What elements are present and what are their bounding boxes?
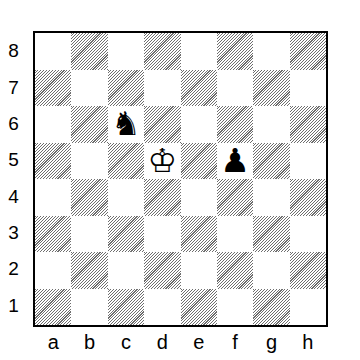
square-f2[interactable] (217, 252, 253, 289)
square-e2[interactable] (181, 252, 217, 289)
square-g1[interactable] (253, 289, 289, 326)
square-a5[interactable] (35, 143, 71, 180)
square-h2[interactable] (290, 252, 326, 289)
square-a8[interactable] (35, 33, 71, 70)
square-e5[interactable] (181, 143, 217, 180)
square-h7[interactable] (290, 70, 326, 107)
file-label-h: h (290, 330, 326, 354)
black-pawn-piece[interactable]: ♟ (220, 143, 250, 179)
square-e6[interactable] (181, 106, 217, 143)
square-h8[interactable] (290, 33, 326, 70)
square-d5[interactable]: ♔ (144, 143, 180, 180)
square-h6[interactable] (290, 106, 326, 143)
square-c8[interactable] (108, 33, 144, 70)
square-a2[interactable] (35, 252, 71, 289)
square-h1[interactable] (290, 289, 326, 326)
square-b6[interactable] (71, 106, 107, 143)
square-f4[interactable] (217, 179, 253, 216)
square-h4[interactable] (290, 179, 326, 216)
square-b3[interactable] (71, 216, 107, 253)
rank-label-4: 4 (0, 179, 27, 215)
square-e3[interactable] (181, 216, 217, 253)
square-e8[interactable] (181, 33, 217, 70)
rank-label-6: 6 (0, 106, 27, 142)
square-d6[interactable] (144, 106, 180, 143)
square-g8[interactable] (253, 33, 289, 70)
square-d4[interactable] (144, 179, 180, 216)
square-g2[interactable] (253, 252, 289, 289)
square-b5[interactable] (71, 143, 107, 180)
square-c1[interactable] (108, 289, 144, 326)
square-b2[interactable] (71, 252, 107, 289)
file-labels: abcdefgh (35, 330, 326, 354)
white-king-piece[interactable]: ♔ (148, 143, 178, 179)
square-d8[interactable] (144, 33, 180, 70)
rank-label-1: 1 (0, 288, 27, 324)
rank-label-5: 5 (0, 142, 27, 178)
rank-label-2: 2 (0, 251, 27, 287)
square-f3[interactable] (217, 216, 253, 253)
square-e7[interactable] (181, 70, 217, 107)
file-label-g: g (253, 330, 289, 354)
square-a4[interactable] (35, 179, 71, 216)
square-d2[interactable] (144, 252, 180, 289)
rank-label-8: 8 (0, 33, 27, 69)
square-g7[interactable] (253, 70, 289, 107)
square-b8[interactable] (71, 33, 107, 70)
square-a1[interactable] (35, 289, 71, 326)
file-label-f: f (217, 330, 253, 354)
square-c4[interactable] (108, 179, 144, 216)
square-g6[interactable] (253, 106, 289, 143)
square-h3[interactable] (290, 216, 326, 253)
rank-label-3: 3 (0, 215, 27, 251)
square-e4[interactable] (181, 179, 217, 216)
square-c5[interactable] (108, 143, 144, 180)
square-c3[interactable] (108, 216, 144, 253)
file-label-b: b (71, 330, 107, 354)
square-f6[interactable] (217, 106, 253, 143)
square-f8[interactable] (217, 33, 253, 70)
square-g5[interactable] (253, 143, 289, 180)
file-label-e: e (181, 330, 217, 354)
square-f1[interactable] (217, 289, 253, 326)
square-g4[interactable] (253, 179, 289, 216)
file-label-d: d (144, 330, 180, 354)
square-c2[interactable] (108, 252, 144, 289)
square-d1[interactable] (144, 289, 180, 326)
square-c7[interactable] (108, 70, 144, 107)
file-label-c: c (108, 330, 144, 354)
rank-label-7: 7 (0, 69, 27, 105)
square-b7[interactable] (71, 70, 107, 107)
rank-labels: 87654321 (0, 33, 27, 324)
square-a6[interactable] (35, 106, 71, 143)
square-a7[interactable] (35, 70, 71, 107)
square-c6[interactable]: ♞ (108, 106, 144, 143)
square-b4[interactable] (71, 179, 107, 216)
square-b1[interactable] (71, 289, 107, 326)
square-d7[interactable] (144, 70, 180, 107)
square-h5[interactable] (290, 143, 326, 180)
chess-board: ♞♔♟ (33, 31, 328, 327)
square-f7[interactable] (217, 70, 253, 107)
square-e1[interactable] (181, 289, 217, 326)
chess-diagram: 87654321 ♞♔♟ abcdefgh (0, 0, 360, 360)
square-a3[interactable] (35, 216, 71, 253)
square-g3[interactable] (253, 216, 289, 253)
square-f5[interactable]: ♟ (217, 143, 253, 180)
black-knight-piece[interactable]: ♞ (111, 106, 141, 142)
square-d3[interactable] (144, 216, 180, 253)
file-label-a: a (35, 330, 71, 354)
